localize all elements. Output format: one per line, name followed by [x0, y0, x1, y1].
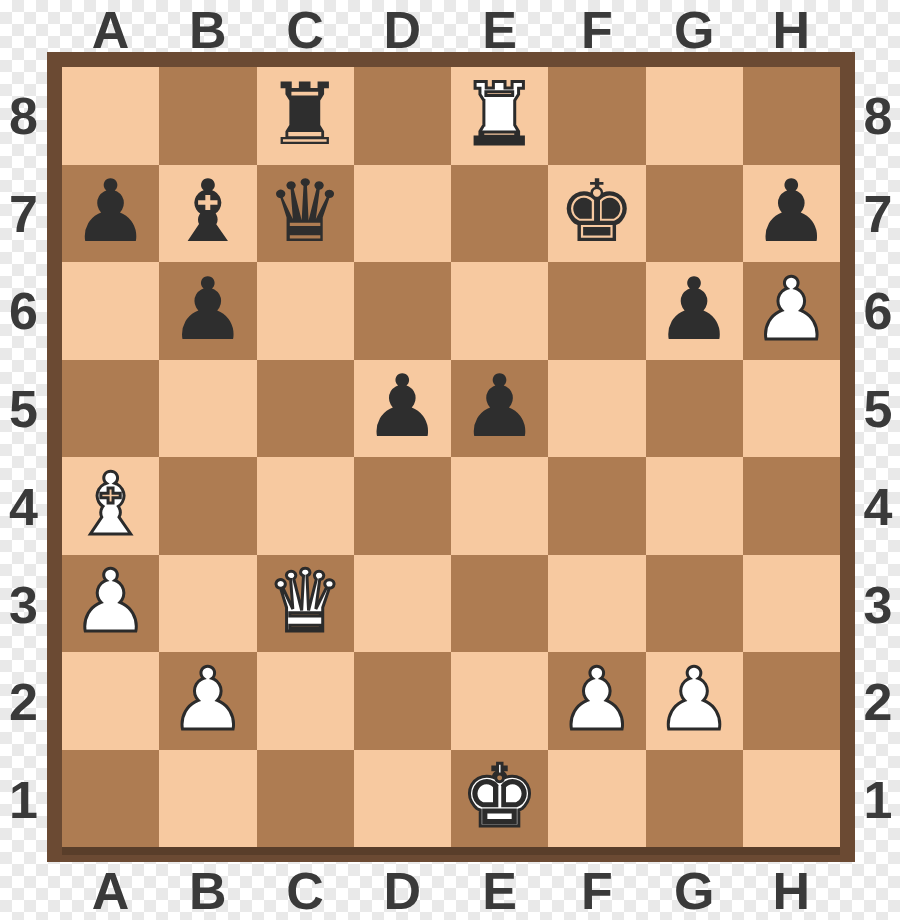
square-d1[interactable]: [354, 750, 451, 848]
rank-label-8: 8: [0, 67, 47, 165]
file-labels-bottom: ABCDEFGH: [62, 861, 840, 920]
square-e5[interactable]: ♟: [451, 360, 548, 458]
square-h8[interactable]: [743, 67, 840, 165]
piece-black-king-f7[interactable]: ♚: [558, 168, 635, 254]
file-label-a: A: [62, 0, 159, 60]
chess-board: ♜♜♟♝♛♚♟♟♟♟♟♟♝♟♛♟♟♟♚: [47, 52, 855, 862]
square-e6[interactable]: [451, 262, 548, 360]
piece-black-pawn-h7[interactable]: ♟: [753, 168, 830, 254]
file-label-e: E: [451, 0, 548, 60]
piece-white-pawn-g2[interactable]: ♟: [656, 656, 733, 742]
piece-black-pawn-a7[interactable]: ♟: [72, 168, 149, 254]
square-a5[interactable]: [62, 360, 159, 458]
piece-black-bishop-b7[interactable]: ♝: [169, 168, 246, 254]
square-f1[interactable]: [548, 750, 645, 848]
square-d2[interactable]: [354, 652, 451, 750]
square-e2[interactable]: [451, 652, 548, 750]
square-c1[interactable]: [257, 750, 354, 848]
square-f6[interactable]: [548, 262, 645, 360]
square-c2[interactable]: [257, 652, 354, 750]
square-f7[interactable]: ♚: [548, 165, 645, 263]
square-c5[interactable]: [257, 360, 354, 458]
rank-label-4: 4: [0, 458, 47, 556]
piece-white-rook-e8[interactable]: ♜: [461, 71, 538, 157]
square-d3[interactable]: [354, 555, 451, 653]
square-f8[interactable]: [548, 67, 645, 165]
file-label-d: D: [354, 861, 451, 920]
square-g6[interactable]: ♟: [646, 262, 743, 360]
square-b7[interactable]: ♝: [159, 165, 256, 263]
piece-black-rook-c8[interactable]: ♜: [267, 71, 344, 157]
square-a7[interactable]: ♟: [62, 165, 159, 263]
piece-white-pawn-a3[interactable]: ♟: [72, 558, 149, 644]
piece-white-queen-c3[interactable]: ♛: [267, 558, 344, 644]
square-c7[interactable]: ♛: [257, 165, 354, 263]
square-c8[interactable]: ♜: [257, 67, 354, 165]
piece-black-pawn-b6[interactable]: ♟: [169, 266, 246, 352]
piece-black-pawn-e5[interactable]: ♟: [461, 363, 538, 449]
square-d7[interactable]: [354, 165, 451, 263]
square-g1[interactable]: [646, 750, 743, 848]
rank-label-2: 2: [0, 654, 47, 752]
square-g4[interactable]: [646, 457, 743, 555]
square-h3[interactable]: [743, 555, 840, 653]
piece-white-king-e1[interactable]: ♚: [461, 753, 538, 839]
rank-label-3: 3: [856, 556, 900, 654]
rank-label-7: 7: [856, 165, 900, 263]
file-label-f: F: [548, 0, 645, 60]
file-label-g: G: [646, 861, 743, 920]
square-e3[interactable]: [451, 555, 548, 653]
square-c6[interactable]: [257, 262, 354, 360]
square-a1[interactable]: [62, 750, 159, 848]
square-e1[interactable]: ♚: [451, 750, 548, 848]
square-b6[interactable]: ♟: [159, 262, 256, 360]
square-e4[interactable]: [451, 457, 548, 555]
square-d6[interactable]: [354, 262, 451, 360]
file-label-g: G: [646, 0, 743, 60]
rank-labels-right: 87654321: [856, 67, 900, 849]
square-d4[interactable]: [354, 457, 451, 555]
file-label-e: E: [451, 861, 548, 920]
square-f3[interactable]: [548, 555, 645, 653]
file-label-b: B: [159, 0, 256, 60]
square-c3[interactable]: ♛: [257, 555, 354, 653]
piece-black-queen-c7[interactable]: ♛: [267, 168, 344, 254]
square-e8[interactable]: ♜: [451, 67, 548, 165]
rank-label-6: 6: [0, 263, 47, 361]
file-labels-top: ABCDEFGH: [62, 0, 840, 52]
square-b4[interactable]: [159, 457, 256, 555]
piece-black-pawn-d5[interactable]: ♟: [364, 363, 441, 449]
square-b5[interactable]: [159, 360, 256, 458]
rank-label-6: 6: [856, 263, 900, 361]
rank-label-5: 5: [0, 360, 47, 458]
square-h4[interactable]: [743, 457, 840, 555]
piece-white-pawn-b2[interactable]: ♟: [169, 656, 246, 742]
file-label-c: C: [257, 0, 354, 60]
square-b3[interactable]: [159, 555, 256, 653]
rank-label-7: 7: [0, 165, 47, 263]
piece-white-bishop-a4[interactable]: ♝: [72, 461, 149, 547]
file-label-f: F: [548, 861, 645, 920]
square-h5[interactable]: [743, 360, 840, 458]
square-h6[interactable]: ♟: [743, 262, 840, 360]
square-g5[interactable]: [646, 360, 743, 458]
square-h2[interactable]: [743, 652, 840, 750]
square-a2[interactable]: [62, 652, 159, 750]
square-b2[interactable]: ♟: [159, 652, 256, 750]
rank-label-2: 2: [856, 654, 900, 752]
square-g2[interactable]: ♟: [646, 652, 743, 750]
piece-white-pawn-f2[interactable]: ♟: [558, 656, 635, 742]
square-g7[interactable]: [646, 165, 743, 263]
file-label-h: H: [743, 861, 840, 920]
square-f2[interactable]: ♟: [548, 652, 645, 750]
square-f5[interactable]: [548, 360, 645, 458]
square-a8[interactable]: [62, 67, 159, 165]
rank-label-8: 8: [856, 67, 900, 165]
file-label-b: B: [159, 861, 256, 920]
rank-labels-left: 87654321: [0, 67, 47, 849]
piece-white-pawn-h6[interactable]: ♟: [753, 266, 830, 352]
rank-label-3: 3: [0, 556, 47, 654]
piece-black-pawn-g6[interactable]: ♟: [656, 266, 733, 352]
file-label-d: D: [354, 0, 451, 60]
rank-label-5: 5: [856, 360, 900, 458]
square-a3[interactable]: ♟: [62, 555, 159, 653]
square-h1[interactable]: [743, 750, 840, 848]
square-a6[interactable]: [62, 262, 159, 360]
square-a4[interactable]: ♝: [62, 457, 159, 555]
square-b1[interactable]: [159, 750, 256, 848]
square-c4[interactable]: [257, 457, 354, 555]
square-g3[interactable]: [646, 555, 743, 653]
rank-label-4: 4: [856, 458, 900, 556]
file-label-h: H: [743, 0, 840, 60]
square-d5[interactable]: ♟: [354, 360, 451, 458]
square-h7[interactable]: ♟: [743, 165, 840, 263]
file-label-c: C: [257, 861, 354, 920]
square-g8[interactable]: [646, 67, 743, 165]
rank-label-1: 1: [856, 751, 900, 849]
square-d8[interactable]: [354, 67, 451, 165]
square-b8[interactable]: [159, 67, 256, 165]
board-squares: ♜♜♟♝♛♚♟♟♟♟♟♟♝♟♛♟♟♟♚: [62, 67, 840, 847]
file-label-a: A: [62, 861, 159, 920]
page-background: ABCDEFGH 87654321 87654321 ♜♜♟♝♛♚♟♟♟♟♟♟♝…: [0, 0, 900, 920]
square-e7[interactable]: [451, 165, 548, 263]
square-f4[interactable]: [548, 457, 645, 555]
rank-label-1: 1: [0, 751, 47, 849]
